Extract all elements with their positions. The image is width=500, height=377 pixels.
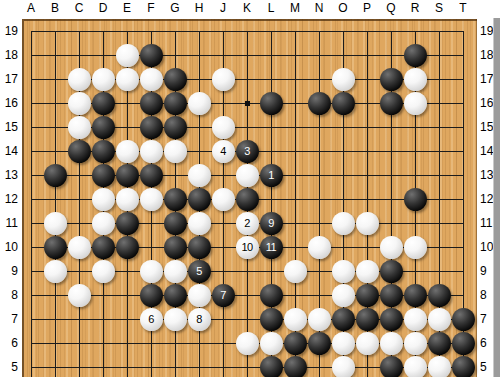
- white-stone-O17[interactable]: [332, 68, 355, 91]
- black-stone-Q16[interactable]: [380, 92, 403, 115]
- white-stone-L6[interactable]: [260, 332, 283, 355]
- white-stone-H8[interactable]: [188, 284, 211, 307]
- intersection-F8[interactable]: [139, 283, 163, 307]
- move-number-1: 1: [260, 164, 283, 187]
- intersection-E13[interactable]: [115, 163, 139, 187]
- row-label-18: 18: [480, 48, 493, 62]
- black-stone-F16[interactable]: [140, 92, 163, 115]
- white-stone-E14[interactable]: [116, 140, 139, 163]
- black-stone-F18[interactable]: [140, 44, 163, 67]
- white-stone-S5[interactable]: [428, 356, 451, 377]
- white-stone-G7[interactable]: [164, 308, 187, 331]
- intersection-K12[interactable]: [235, 187, 259, 211]
- intersection-H13[interactable]: [187, 163, 211, 187]
- black-stone-N16[interactable]: [308, 92, 331, 115]
- intersection-B13[interactable]: [43, 163, 67, 187]
- white-stone-F7[interactable]: 6: [140, 308, 163, 331]
- white-stone-P9[interactable]: [356, 260, 379, 283]
- intersection-L16[interactable]: [259, 91, 283, 115]
- black-stone-M6[interactable]: [284, 332, 307, 355]
- white-stone-M7[interactable]: [284, 308, 307, 331]
- intersection-O8[interactable]: [331, 283, 355, 307]
- intersection-M9[interactable]: [283, 259, 307, 283]
- row-label-9: 9: [480, 264, 493, 278]
- row-label-12: 12: [0, 192, 18, 206]
- row-label-12: 12: [480, 192, 493, 206]
- column-label-L: L: [259, 1, 283, 16]
- intersection-N7[interactable]: [307, 307, 331, 331]
- column-label-F: F: [139, 1, 163, 16]
- intersection-O16[interactable]: [331, 91, 355, 115]
- white-stone-R10[interactable]: [404, 236, 427, 259]
- intersection-L13[interactable]: 1: [259, 163, 283, 187]
- white-stone-E17[interactable]: [116, 68, 139, 91]
- move-number-5: 5: [188, 260, 211, 283]
- move-number-2: 2: [236, 212, 259, 235]
- column-label-A: A: [19, 1, 43, 16]
- row-label-11: 11: [0, 216, 18, 230]
- intersection-F16[interactable]: [139, 91, 163, 115]
- column-label-B: B: [43, 1, 67, 16]
- intersection-D9[interactable]: [91, 259, 115, 283]
- white-stone-R6[interactable]: [404, 332, 427, 355]
- intersection-B11[interactable]: [43, 211, 67, 235]
- intersection-B9[interactable]: [43, 259, 67, 283]
- column-label-O: O: [331, 1, 355, 16]
- black-stone-L16[interactable]: [260, 92, 283, 115]
- move-number-8: 8: [188, 308, 211, 331]
- row-label-9: 9: [0, 264, 18, 278]
- black-stone-S6[interactable]: [428, 332, 451, 355]
- intersection-R10[interactable]: [403, 235, 427, 259]
- move-number-7: 7: [212, 284, 235, 307]
- intersection-H7[interactable]: 8: [187, 307, 211, 331]
- intersection-E18[interactable]: [115, 43, 139, 67]
- black-stone-Q17[interactable]: [380, 68, 403, 91]
- black-stone-G8[interactable]: [164, 284, 187, 307]
- black-stone-L7[interactable]: [260, 308, 283, 331]
- intersection-M6[interactable]: [283, 331, 307, 355]
- black-stone-O16[interactable]: [332, 92, 355, 115]
- black-stone-R8[interactable]: [404, 284, 427, 307]
- intersection-K10[interactable]: 10: [235, 235, 259, 259]
- intersection-R5[interactable]: [403, 355, 427, 377]
- row-label-14: 14: [480, 144, 493, 158]
- intersection-R17[interactable]: [403, 67, 427, 91]
- column-labels-top: ABCDEFGHJKLMNOPQRST: [19, 1, 475, 16]
- move-number-4: 4: [212, 140, 235, 163]
- intersection-R16[interactable]: [403, 91, 427, 115]
- intersection-P6[interactable]: [355, 331, 379, 355]
- intersection-F18[interactable]: [139, 43, 163, 67]
- black-stone-H9[interactable]: 5: [188, 260, 211, 283]
- intersection-M5[interactable]: [283, 355, 307, 377]
- row-label-6: 6: [480, 336, 493, 350]
- black-stone-T5[interactable]: [452, 356, 475, 377]
- move-number-9: 9: [260, 212, 283, 235]
- intersection-Q9[interactable]: [379, 259, 403, 283]
- black-stone-Q5[interactable]: [380, 356, 403, 377]
- intersection-D16[interactable]: [91, 91, 115, 115]
- black-stone-O7[interactable]: [332, 308, 355, 331]
- intersection-C8[interactable]: [67, 283, 91, 307]
- intersection-P9[interactable]: [355, 259, 379, 283]
- black-stone-L13[interactable]: 1: [260, 164, 283, 187]
- column-label-J: J: [211, 1, 235, 16]
- intersection-P11[interactable]: [355, 211, 379, 235]
- intersection-S6[interactable]: [427, 331, 451, 355]
- row-label-13: 13: [0, 168, 18, 182]
- intersection-Q17[interactable]: [379, 67, 403, 91]
- intersection-T7[interactable]: [451, 307, 475, 331]
- intersection-J8[interactable]: 7: [211, 283, 235, 307]
- white-stone-O5[interactable]: [332, 356, 355, 377]
- white-stone-F17[interactable]: [140, 68, 163, 91]
- intersection-N6[interactable]: [307, 331, 331, 355]
- intersection-C17[interactable]: [67, 67, 91, 91]
- row-label-8: 8: [480, 288, 493, 302]
- row-label-11: 11: [480, 216, 493, 230]
- intersection-F15[interactable]: [139, 115, 163, 139]
- black-stone-C14[interactable]: [68, 140, 91, 163]
- row-label-6: 6: [0, 336, 18, 350]
- white-stone-R5[interactable]: [404, 356, 427, 377]
- white-stone-Q6[interactable]: [380, 332, 403, 355]
- intersection-H8[interactable]: [187, 283, 211, 307]
- stones-layer: 4312910115768: [19, 19, 475, 377]
- intersection-J12[interactable]: [211, 187, 235, 211]
- column-label-P: P: [355, 1, 379, 16]
- column-label-K: K: [235, 1, 259, 16]
- black-stone-M5[interactable]: [284, 356, 307, 377]
- column-label-H: H: [187, 1, 211, 16]
- intersection-D11[interactable]: [91, 211, 115, 235]
- black-stone-J8[interactable]: 7: [212, 284, 235, 307]
- white-stone-P6[interactable]: [356, 332, 379, 355]
- row-label-10: 10: [0, 240, 18, 254]
- column-label-G: G: [163, 1, 187, 16]
- intersection-F12[interactable]: [139, 187, 163, 211]
- black-stone-G17[interactable]: [164, 68, 187, 91]
- intersection-N10[interactable]: [307, 235, 331, 259]
- white-stone-D17[interactable]: [92, 68, 115, 91]
- black-stone-P8[interactable]: [356, 284, 379, 307]
- intersection-J14[interactable]: 4: [211, 139, 235, 163]
- white-stone-B11[interactable]: [44, 212, 67, 235]
- white-stone-C17[interactable]: [68, 68, 91, 91]
- black-stone-E11[interactable]: [116, 212, 139, 235]
- intersection-L6[interactable]: [259, 331, 283, 355]
- intersection-S7[interactable]: [427, 307, 451, 331]
- white-stone-O9[interactable]: [332, 260, 355, 283]
- column-label-Q: Q: [379, 1, 403, 16]
- white-stone-O11[interactable]: [332, 212, 355, 235]
- intersection-F9[interactable]: [139, 259, 163, 283]
- intersection-P8[interactable]: [355, 283, 379, 307]
- row-label-7: 7: [0, 312, 18, 326]
- black-stone-R12[interactable]: [404, 188, 427, 211]
- black-stone-K14[interactable]: 3: [236, 140, 259, 163]
- intersection-G17[interactable]: [163, 67, 187, 91]
- column-label-R: R: [403, 1, 427, 16]
- row-label-15: 15: [0, 120, 18, 134]
- intersection-E12[interactable]: [115, 187, 139, 211]
- intersection-E17[interactable]: [115, 67, 139, 91]
- intersection-Q5[interactable]: [379, 355, 403, 377]
- intersection-Q7[interactable]: [379, 307, 403, 331]
- move-number-6: 6: [140, 308, 163, 331]
- intersection-G14[interactable]: [163, 139, 187, 163]
- intersection-E11[interactable]: [115, 211, 139, 235]
- black-stone-Q7[interactable]: [380, 308, 403, 331]
- black-stone-D13[interactable]: [92, 164, 115, 187]
- white-stone-O8[interactable]: [332, 284, 355, 307]
- intersection-O6[interactable]: [331, 331, 355, 355]
- row-label-5: 5: [0, 360, 18, 374]
- intersection-Q8[interactable]: [379, 283, 403, 307]
- intersection-D14[interactable]: [91, 139, 115, 163]
- black-stone-B13[interactable]: [44, 164, 67, 187]
- intersection-L11[interactable]: 9: [259, 211, 283, 235]
- row-label-13: 13: [480, 168, 493, 182]
- white-stone-H13[interactable]: [188, 164, 211, 187]
- intersection-H11[interactable]: [187, 211, 211, 235]
- intersection-F13[interactable]: [139, 163, 163, 187]
- black-stone-G15[interactable]: [164, 116, 187, 139]
- intersection-K13[interactable]: [235, 163, 259, 187]
- intersection-O5[interactable]: [331, 355, 355, 377]
- intersection-G7[interactable]: [163, 307, 187, 331]
- intersection-L5[interactable]: [259, 355, 283, 377]
- white-stone-H16[interactable]: [188, 92, 211, 115]
- column-label-S: S: [427, 1, 451, 16]
- intersection-R18[interactable]: [403, 43, 427, 67]
- intersection-C16[interactable]: [67, 91, 91, 115]
- intersection-H9[interactable]: 5: [187, 259, 211, 283]
- intersection-F7[interactable]: 6: [139, 307, 163, 331]
- black-stone-Q8[interactable]: [380, 284, 403, 307]
- row-label-16: 16: [0, 96, 18, 110]
- white-stone-D9[interactable]: [92, 260, 115, 283]
- row-label-19: 19: [0, 24, 18, 38]
- goban[interactable]: 4312910115768: [22, 19, 477, 377]
- intersection-Q6[interactable]: [379, 331, 403, 355]
- black-stone-G10[interactable]: [164, 236, 187, 259]
- white-stone-F9[interactable]: [140, 260, 163, 283]
- white-stone-H11[interactable]: [188, 212, 211, 235]
- intersection-L10[interactable]: 11: [259, 235, 283, 259]
- intersection-S5[interactable]: [427, 355, 451, 377]
- black-stone-E10[interactable]: [116, 236, 139, 259]
- intersection-H10[interactable]: [187, 235, 211, 259]
- black-stone-Q9[interactable]: [380, 260, 403, 283]
- intersection-K11[interactable]: 2: [235, 211, 259, 235]
- black-stone-B10[interactable]: [44, 236, 67, 259]
- move-number-3: 3: [236, 140, 259, 163]
- intersection-R7[interactable]: [403, 307, 427, 331]
- go-diagram-screen: ABCDEFGHJKLMNOPQRST 19181716151413121110…: [0, 0, 500, 377]
- white-stone-N7[interactable]: [308, 308, 331, 331]
- intersection-S8[interactable]: [427, 283, 451, 307]
- row-label-15: 15: [480, 120, 493, 134]
- row-label-17: 17: [480, 72, 493, 86]
- black-stone-R18[interactable]: [404, 44, 427, 67]
- intersection-C15[interactable]: [67, 115, 91, 139]
- white-stone-C15[interactable]: [68, 116, 91, 139]
- intersection-E14[interactable]: [115, 139, 139, 163]
- black-stone-E13[interactable]: [116, 164, 139, 187]
- intersection-G16[interactable]: [163, 91, 187, 115]
- white-stone-C8[interactable]: [68, 284, 91, 307]
- black-stone-P7[interactable]: [356, 308, 379, 331]
- intersection-R6[interactable]: [403, 331, 427, 355]
- column-label-M: M: [283, 1, 307, 16]
- white-stone-G9[interactable]: [164, 260, 187, 283]
- row-label-5: 5: [480, 360, 493, 374]
- column-label-D: D: [91, 1, 115, 16]
- white-stone-G14[interactable]: [164, 140, 187, 163]
- intersection-F14[interactable]: [139, 139, 163, 163]
- intersection-L8[interactable]: [259, 283, 283, 307]
- black-stone-D16[interactable]: [92, 92, 115, 115]
- black-stone-H12[interactable]: [188, 188, 211, 211]
- black-stone-G11[interactable]: [164, 212, 187, 235]
- black-stone-F15[interactable]: [140, 116, 163, 139]
- intersection-F17[interactable]: [139, 67, 163, 91]
- black-stone-D15[interactable]: [92, 116, 115, 139]
- black-stone-G16[interactable]: [164, 92, 187, 115]
- intersection-G8[interactable]: [163, 283, 187, 307]
- row-label-16: 16: [480, 96, 493, 110]
- intersection-O7[interactable]: [331, 307, 355, 331]
- white-stone-K6[interactable]: [236, 332, 259, 355]
- intersection-G12[interactable]: [163, 187, 187, 211]
- white-stone-K10[interactable]: 10: [236, 236, 259, 259]
- black-stone-H10[interactable]: [188, 236, 211, 259]
- intersection-H16[interactable]: [187, 91, 211, 115]
- intersection-B10[interactable]: [43, 235, 67, 259]
- intersection-H12[interactable]: [187, 187, 211, 211]
- white-stone-J12[interactable]: [212, 188, 235, 211]
- white-stone-R17[interactable]: [404, 68, 427, 91]
- intersection-Q16[interactable]: [379, 91, 403, 115]
- black-stone-S8[interactable]: [428, 284, 451, 307]
- white-stone-F12[interactable]: [140, 188, 163, 211]
- white-stone-E18[interactable]: [116, 44, 139, 67]
- scrollbar[interactable]: [493, 18, 500, 377]
- intersection-G10[interactable]: [163, 235, 187, 259]
- black-stone-L8[interactable]: [260, 284, 283, 307]
- move-number-11: 11: [260, 236, 283, 259]
- intersection-M7[interactable]: [283, 307, 307, 331]
- white-stone-O6[interactable]: [332, 332, 355, 355]
- intersection-C14[interactable]: [67, 139, 91, 163]
- intersection-K14[interactable]: 3: [235, 139, 259, 163]
- white-stone-K13[interactable]: [236, 164, 259, 187]
- white-stone-R16[interactable]: [404, 92, 427, 115]
- intersection-G15[interactable]: [163, 115, 187, 139]
- intersection-D17[interactable]: [91, 67, 115, 91]
- intersection-G11[interactable]: [163, 211, 187, 235]
- move-number-10: 10: [236, 236, 259, 259]
- intersection-D15[interactable]: [91, 115, 115, 139]
- white-stone-M9[interactable]: [284, 260, 307, 283]
- white-stone-C10[interactable]: [68, 236, 91, 259]
- intersection-T5[interactable]: [451, 355, 475, 377]
- black-stone-L11[interactable]: 9: [260, 212, 283, 235]
- intersection-L7[interactable]: [259, 307, 283, 331]
- intersection-J15[interactable]: [211, 115, 235, 139]
- black-stone-F13[interactable]: [140, 164, 163, 187]
- intersection-P7[interactable]: [355, 307, 379, 331]
- white-stone-D12[interactable]: [92, 188, 115, 211]
- black-stone-F8[interactable]: [140, 284, 163, 307]
- black-stone-K12[interactable]: [236, 188, 259, 211]
- row-label-17: 17: [0, 72, 18, 86]
- intersection-D10[interactable]: [91, 235, 115, 259]
- white-stone-N10[interactable]: [308, 236, 331, 259]
- black-stone-T6[interactable]: [452, 332, 475, 355]
- intersection-Q10[interactable]: [379, 235, 403, 259]
- intersection-T6[interactable]: [451, 331, 475, 355]
- column-label-N: N: [307, 1, 331, 16]
- row-label-14: 14: [0, 144, 18, 158]
- row-label-19: 19: [480, 24, 493, 38]
- black-stone-T7[interactable]: [452, 308, 475, 331]
- white-stone-J15[interactable]: [212, 116, 235, 139]
- white-stone-F14[interactable]: [140, 140, 163, 163]
- intersection-E10[interactable]: [115, 235, 139, 259]
- white-stone-Q10[interactable]: [380, 236, 403, 259]
- white-stone-H7[interactable]: 8: [188, 308, 211, 331]
- intersection-R8[interactable]: [403, 283, 427, 307]
- intersection-C10[interactable]: [67, 235, 91, 259]
- intersection-O11[interactable]: [331, 211, 355, 235]
- column-label-T: T: [451, 1, 475, 16]
- intersection-D12[interactable]: [91, 187, 115, 211]
- white-stone-P11[interactable]: [356, 212, 379, 235]
- intersection-K6[interactable]: [235, 331, 259, 355]
- row-label-18: 18: [0, 48, 18, 62]
- black-stone-G12[interactable]: [164, 188, 187, 211]
- black-stone-N6[interactable]: [308, 332, 331, 355]
- white-stone-C16[interactable]: [68, 92, 91, 115]
- row-label-8: 8: [0, 288, 18, 302]
- black-stone-L5[interactable]: [260, 356, 283, 377]
- white-stone-D11[interactable]: [92, 212, 115, 235]
- black-stone-L10[interactable]: 11: [260, 236, 283, 259]
- intersection-O17[interactable]: [331, 67, 355, 91]
- black-stone-D14[interactable]: [92, 140, 115, 163]
- column-label-C: C: [67, 1, 91, 16]
- intersection-G9[interactable]: [163, 259, 187, 283]
- white-stone-S7[interactable]: [428, 308, 451, 331]
- row-label-10: 10: [480, 240, 493, 254]
- white-stone-B9[interactable]: [44, 260, 67, 283]
- intersection-D13[interactable]: [91, 163, 115, 187]
- white-stone-K11[interactable]: 2: [236, 212, 259, 235]
- intersection-N16[interactable]: [307, 91, 331, 115]
- intersection-J17[interactable]: [211, 67, 235, 91]
- white-stone-J17[interactable]: [212, 68, 235, 91]
- white-stone-E12[interactable]: [116, 188, 139, 211]
- black-stone-D10[interactable]: [92, 236, 115, 259]
- row-label-7: 7: [480, 312, 493, 326]
- intersection-O9[interactable]: [331, 259, 355, 283]
- intersection-R12[interactable]: [403, 187, 427, 211]
- white-stone-R7[interactable]: [404, 308, 427, 331]
- white-stone-J14[interactable]: 4: [212, 140, 235, 163]
